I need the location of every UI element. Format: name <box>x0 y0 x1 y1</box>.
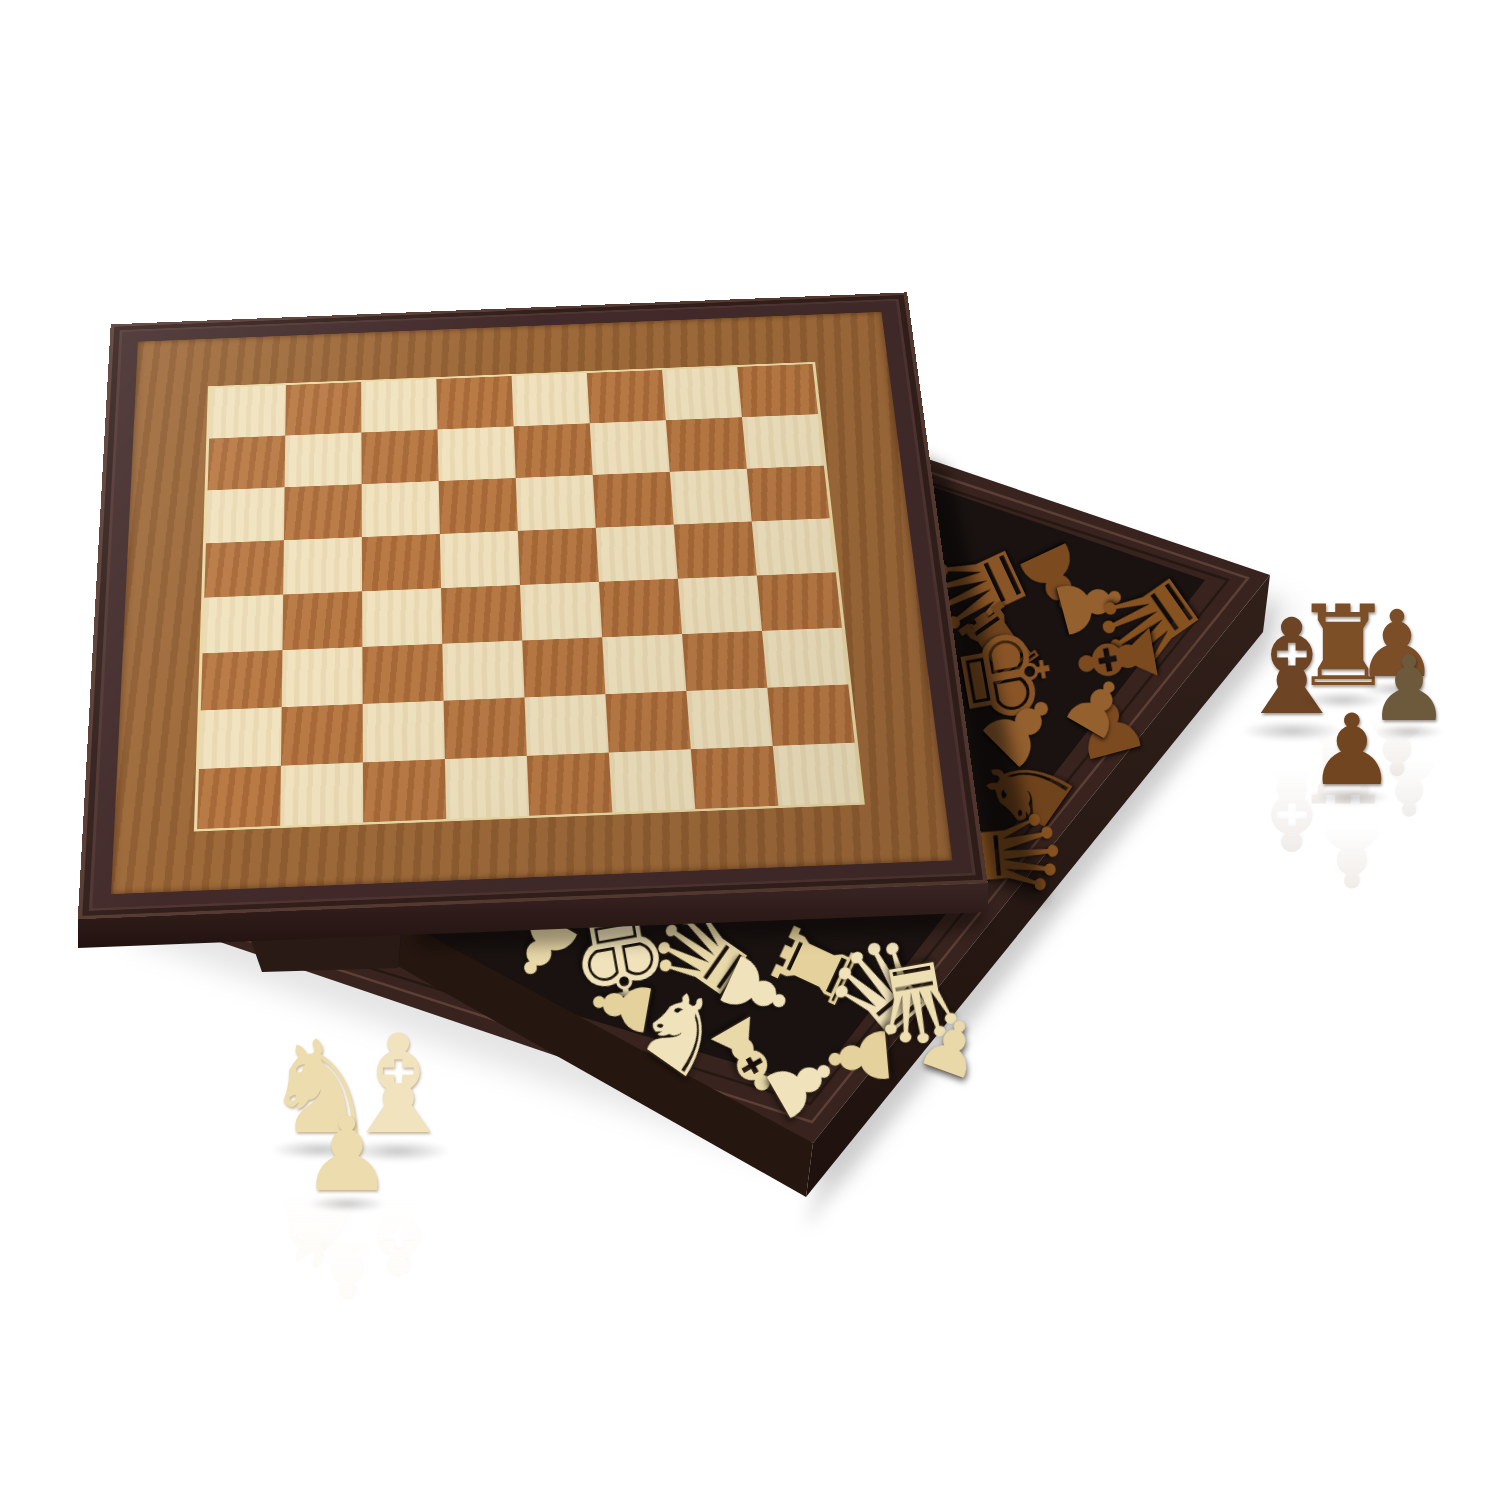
square-b3 <box>282 647 363 707</box>
square-e7 <box>514 423 593 478</box>
square-e6 <box>516 475 596 531</box>
square-c4 <box>362 588 442 647</box>
square-a7 <box>208 436 286 491</box>
square-d5 <box>440 531 520 588</box>
square-g2 <box>686 688 772 750</box>
board-walnut-border <box>111 312 952 894</box>
square-c5 <box>362 534 441 591</box>
square-h2 <box>767 684 854 746</box>
square-d2 <box>444 697 527 759</box>
square-g1 <box>691 746 779 809</box>
square-b6 <box>284 484 362 540</box>
square-d8 <box>436 376 513 429</box>
standing-light-pawn: ♟ <box>301 1104 392 1206</box>
square-c7 <box>361 429 438 484</box>
square-h7 <box>742 414 824 469</box>
square-d1 <box>445 756 529 819</box>
square-h6 <box>747 466 830 522</box>
square-b7 <box>285 432 362 487</box>
checkerboard <box>197 364 861 829</box>
square-e5 <box>518 528 599 585</box>
board-maple-inlay <box>194 362 865 832</box>
square-a2 <box>199 707 282 769</box>
square-h1 <box>773 743 862 806</box>
square-g6 <box>670 469 752 525</box>
square-e3 <box>522 637 605 697</box>
square-a8 <box>209 385 286 439</box>
square-h4 <box>757 572 842 631</box>
square-d4 <box>441 585 522 644</box>
chess-board <box>78 292 988 919</box>
square-g5 <box>674 521 757 578</box>
square-b4 <box>282 591 362 650</box>
square-e2 <box>525 694 609 756</box>
square-f5 <box>596 525 678 582</box>
square-c3 <box>362 644 443 704</box>
square-a6 <box>206 487 285 543</box>
square-a3 <box>201 650 283 710</box>
square-e8 <box>512 373 590 426</box>
square-g8 <box>662 367 742 420</box>
square-f8 <box>587 370 666 423</box>
square-f7 <box>590 420 670 475</box>
square-g4 <box>678 575 762 634</box>
square-d3 <box>442 641 524 701</box>
square-f3 <box>602 634 686 694</box>
square-b8 <box>285 382 361 436</box>
square-f4 <box>599 579 682 638</box>
light-piece-reflection: ♟ <box>301 1209 392 1311</box>
square-e1 <box>527 753 612 816</box>
square-a1 <box>197 766 281 829</box>
square-h3 <box>762 628 848 688</box>
square-c2 <box>363 701 445 763</box>
square-h8 <box>737 364 818 417</box>
square-d7 <box>438 426 516 481</box>
square-b2 <box>281 704 363 766</box>
square-b1 <box>280 762 363 825</box>
square-c1 <box>363 759 446 822</box>
square-c8 <box>361 379 437 432</box>
square-f2 <box>605 691 690 753</box>
square-a4 <box>203 595 284 654</box>
square-f6 <box>593 472 674 528</box>
square-g3 <box>682 631 767 691</box>
square-c6 <box>362 481 440 537</box>
square-b5 <box>283 537 362 594</box>
standing-dark-pawn: ♟ <box>1308 701 1396 799</box>
dark-piece-reflection: ♟ <box>1308 802 1396 900</box>
square-d6 <box>439 478 518 534</box>
square-f1 <box>609 749 696 812</box>
square-e4 <box>520 582 602 641</box>
board-frame <box>78 292 988 919</box>
square-a5 <box>204 540 284 597</box>
square-h5 <box>752 518 836 575</box>
product-photo-scene: ♛♟♟♛♜♚♝♟♟♟♞♛ ♟♚♛♟♜♛♟♞♝♟♟♛♟ ♝♝♜♜♟♟♟♟♟♟ ♞♞… <box>0 0 1500 1500</box>
square-g7 <box>666 417 747 472</box>
